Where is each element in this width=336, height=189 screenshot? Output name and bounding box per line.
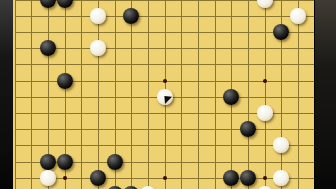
black-stone-G5[interactable] (107, 154, 123, 170)
black-stone-C15[interactable] (40, 0, 56, 8)
white-stone-K9[interactable] (157, 89, 173, 105)
grid-line-horizontal (15, 129, 315, 130)
black-stone-O4[interactable] (223, 170, 239, 186)
star-point (263, 176, 267, 180)
black-stone-H14[interactable] (123, 8, 139, 24)
letterbox-left (0, 0, 13, 189)
black-stone-P4[interactable] (240, 170, 256, 186)
black-stone-G3[interactable] (107, 186, 123, 189)
black-stone-D15[interactable] (57, 0, 73, 8)
white-stone-S14[interactable] (290, 8, 306, 24)
black-stone-H3[interactable] (123, 186, 139, 189)
star-point (163, 176, 167, 180)
star-point (263, 79, 267, 83)
white-stone-F12[interactable] (90, 40, 106, 56)
go-board[interactable] (13, 0, 315, 189)
black-stone-C5[interactable] (40, 154, 56, 170)
white-stone-J3[interactable] (140, 186, 156, 189)
grid-line-horizontal (15, 145, 315, 146)
black-stone-O9[interactable] (223, 89, 239, 105)
grid-line-horizontal (15, 16, 315, 17)
white-stone-R6[interactable] (273, 137, 289, 153)
black-stone-P7[interactable] (240, 121, 256, 137)
white-stone-C4[interactable] (40, 170, 56, 186)
star-point (63, 176, 67, 180)
white-stone-F14[interactable] (90, 8, 106, 24)
grid-line-horizontal (15, 64, 315, 65)
black-stone-D5[interactable] (57, 154, 73, 170)
go-app-window (0, 0, 336, 189)
star-point (163, 79, 167, 83)
letterbox-right (314, 0, 336, 189)
white-stone-R4[interactable] (273, 170, 289, 186)
last-move-triangle-marker (157, 89, 173, 105)
white-stone-Q15[interactable] (257, 0, 273, 8)
black-stone-R13[interactable] (273, 24, 289, 40)
black-stone-F4[interactable] (90, 170, 106, 186)
white-stone-Q3[interactable] (257, 186, 273, 189)
white-stone-Q8[interactable] (257, 105, 273, 121)
grid-line-horizontal (15, 48, 315, 49)
black-stone-D10[interactable] (57, 73, 73, 89)
black-stone-C12[interactable] (40, 40, 56, 56)
grid-line-horizontal (15, 32, 315, 33)
